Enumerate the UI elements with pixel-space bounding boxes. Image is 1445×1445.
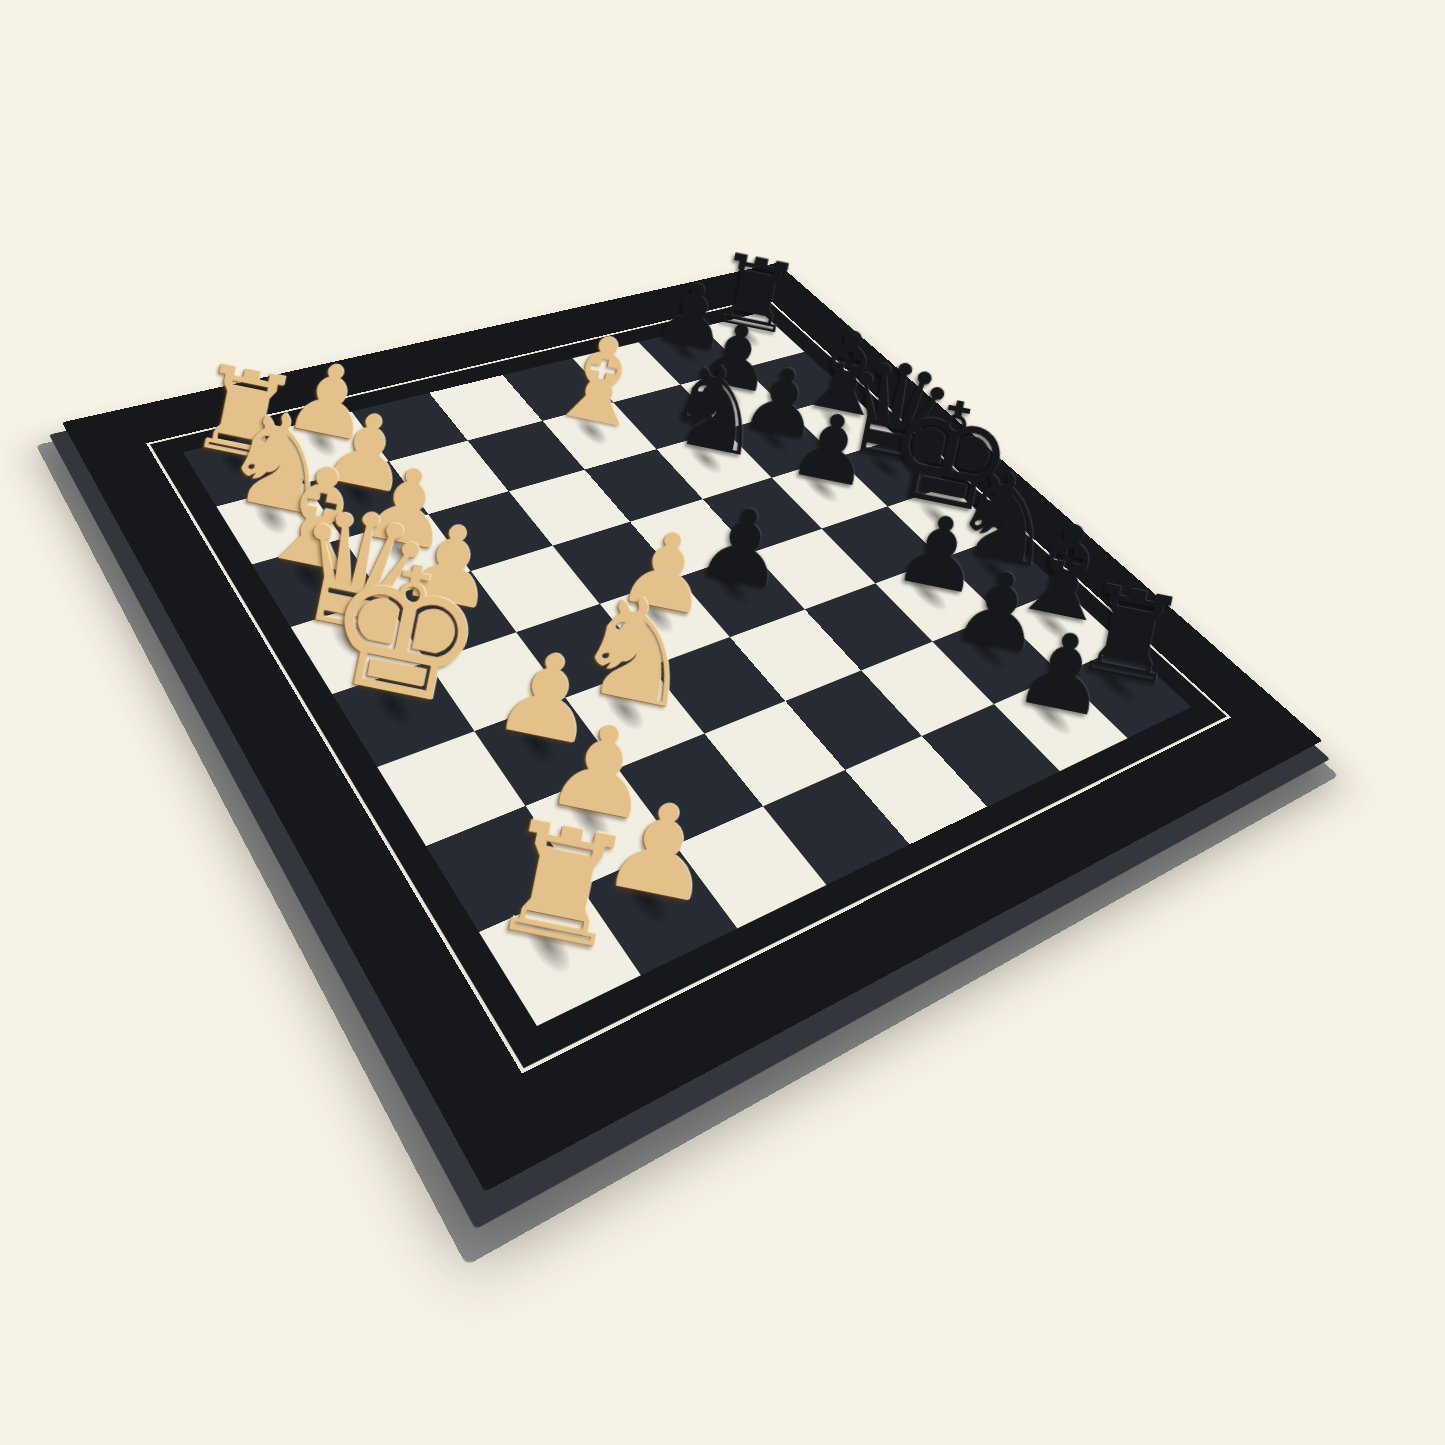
scene: ♜♝♛♚♞♝♜♟♟♟♟♟♟♟♞♝♟♟♞♟♟♟♟♟♟♟♜♞♝♛♚♜ — [0, 0, 1445, 1445]
piece-white-rook-h1[interactable]: ♜ — [479, 796, 644, 973]
piece-black-pawn-d7[interactable]: ♟ — [782, 396, 881, 502]
piece-black-pawn-h7[interactable]: ♟ — [1007, 612, 1120, 734]
